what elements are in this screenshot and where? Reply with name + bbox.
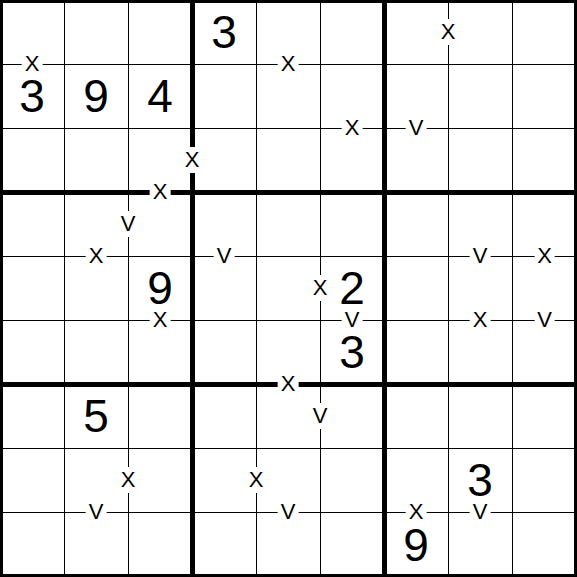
xv-x-marker-r4c9-r5c9: X bbox=[534, 243, 555, 269]
cell-r6c1[interactable] bbox=[0, 320, 64, 384]
xv-v-marker-r4c2-r4c3: V bbox=[118, 211, 139, 237]
cell-r2c9[interactable] bbox=[512, 64, 577, 128]
cell-r4c7[interactable] bbox=[384, 192, 448, 256]
cell-r2c8[interactable] bbox=[448, 64, 512, 128]
cell-r7c3[interactable] bbox=[128, 384, 192, 448]
given-cell-r2c2[interactable]: 9 bbox=[64, 64, 128, 128]
xv-v-marker-r8c8-r9c8: V bbox=[470, 499, 491, 525]
xv-x-marker-r6c5-r7c5: X bbox=[278, 371, 299, 397]
cell-r5c1[interactable] bbox=[0, 256, 64, 320]
cell-r5c7[interactable] bbox=[384, 256, 448, 320]
cell-r3c8[interactable] bbox=[448, 128, 512, 192]
cell-r7c1[interactable] bbox=[0, 384, 64, 448]
given-cell-r1c4[interactable]: 3 bbox=[192, 0, 256, 64]
xv-v-marker-r8c5-r9c5: V bbox=[278, 499, 299, 525]
xv-x-marker-r1c5-r2c5: X bbox=[278, 51, 299, 77]
cell-r7c4[interactable] bbox=[192, 384, 256, 448]
cell-r8c6[interactable] bbox=[320, 448, 384, 512]
cell-r4c6[interactable] bbox=[320, 192, 384, 256]
cell-r7c9[interactable] bbox=[512, 384, 577, 448]
xv-x-marker-r8c2-r8c3: X bbox=[118, 467, 139, 493]
xv-v-marker-r8c2-r9c2: V bbox=[86, 499, 107, 525]
xv-v-marker-r4c8-r5c8: V bbox=[470, 243, 491, 269]
xv-v-marker-r5c9-r6c9: V bbox=[534, 307, 555, 333]
cell-r3c9[interactable] bbox=[512, 128, 577, 192]
cell-r7c7[interactable] bbox=[384, 384, 448, 448]
xv-x-marker-r5c3-r6c3: X bbox=[150, 307, 171, 333]
cell-r4c1[interactable] bbox=[0, 192, 64, 256]
cell-r1c3[interactable] bbox=[128, 0, 192, 64]
xv-v-marker-r4c4-r5c4: V bbox=[214, 243, 235, 269]
cell-r1c2[interactable] bbox=[64, 0, 128, 64]
cell-r6c4[interactable] bbox=[192, 320, 256, 384]
xv-x-marker-r1c1-r2c1: X bbox=[22, 51, 43, 77]
cell-r1c6[interactable] bbox=[320, 0, 384, 64]
cell-r9c3[interactable] bbox=[128, 512, 192, 577]
xv-x-marker-r1c7-r1c8: X bbox=[438, 19, 459, 45]
xv-v-marker-r5c6-r6c6: V bbox=[342, 307, 363, 333]
xv-x-marker-r2c6-r3c6: X bbox=[342, 115, 363, 141]
cell-r6c2[interactable] bbox=[64, 320, 128, 384]
cell-r9c4[interactable] bbox=[192, 512, 256, 577]
xv-sudoku-board: 3394923539 XXXXVXXVXVVXXXVXVXVXXVVXV bbox=[0, 0, 577, 577]
xv-x-marker-r3c3-r3c4: X bbox=[182, 147, 203, 173]
cell-r6c7[interactable] bbox=[384, 320, 448, 384]
cell-r1c9[interactable] bbox=[512, 0, 577, 64]
xv-x-marker-r5c5-r5c6: X bbox=[310, 275, 331, 301]
xv-x-marker-r8c7-r9c7: X bbox=[406, 499, 427, 525]
cell-r9c9[interactable] bbox=[512, 512, 577, 577]
cell-r3c1[interactable] bbox=[0, 128, 64, 192]
cell-r4c5[interactable] bbox=[256, 192, 320, 256]
cell-r8c9[interactable] bbox=[512, 448, 577, 512]
xv-x-marker-r3c3-r4c3: X bbox=[150, 179, 171, 205]
given-cell-r2c3[interactable]: 4 bbox=[128, 64, 192, 128]
cell-r2c4[interactable] bbox=[192, 64, 256, 128]
cell-r3c2[interactable] bbox=[64, 128, 128, 192]
xv-x-marker-r4c2-r5c2: X bbox=[86, 243, 107, 269]
xv-v-marker-r2c7-r3c7: V bbox=[406, 115, 427, 141]
cell-r9c6[interactable] bbox=[320, 512, 384, 577]
given-cell-r7c2[interactable]: 5 bbox=[64, 384, 128, 448]
cell-r3c5[interactable] bbox=[256, 128, 320, 192]
xv-x-marker-r8c4-r8c5: X bbox=[246, 467, 267, 493]
xv-v-marker-r7c5-r7c6: V bbox=[310, 403, 331, 429]
cell-r7c8[interactable] bbox=[448, 384, 512, 448]
xv-x-marker-r5c8-r6c8: X bbox=[470, 307, 491, 333]
cell-r9c1[interactable] bbox=[0, 512, 64, 577]
cell-r8c1[interactable] bbox=[0, 448, 64, 512]
